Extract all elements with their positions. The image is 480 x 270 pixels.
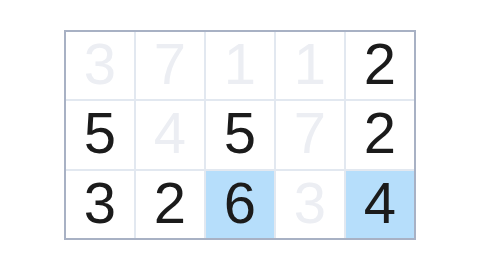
cell-r1c4: 1 (276, 32, 344, 99)
cell-r3c2[interactable]: 2 (136, 171, 204, 238)
cell-r2c2: 4 (136, 101, 204, 168)
cell-r1c2: 7 (136, 32, 204, 99)
cell-r2c3[interactable]: 5 (206, 101, 274, 168)
cell-r2c5[interactable]: 2 (346, 101, 414, 168)
cell-r3c5[interactable]: 4 (346, 171, 414, 238)
game-screen: 371125457232634 (0, 0, 480, 270)
cell-r1c3: 1 (206, 32, 274, 99)
number-grid-board: 371125457232634 (64, 30, 416, 240)
cell-r1c1: 3 (66, 32, 134, 99)
cell-r2c1[interactable]: 5 (66, 101, 134, 168)
cell-r3c3[interactable]: 6 (206, 171, 274, 238)
cell-r2c4: 7 (276, 101, 344, 168)
cell-r3c4: 3 (276, 171, 344, 238)
cell-r3c1[interactable]: 3 (66, 171, 134, 238)
cell-r1c5[interactable]: 2 (346, 32, 414, 99)
